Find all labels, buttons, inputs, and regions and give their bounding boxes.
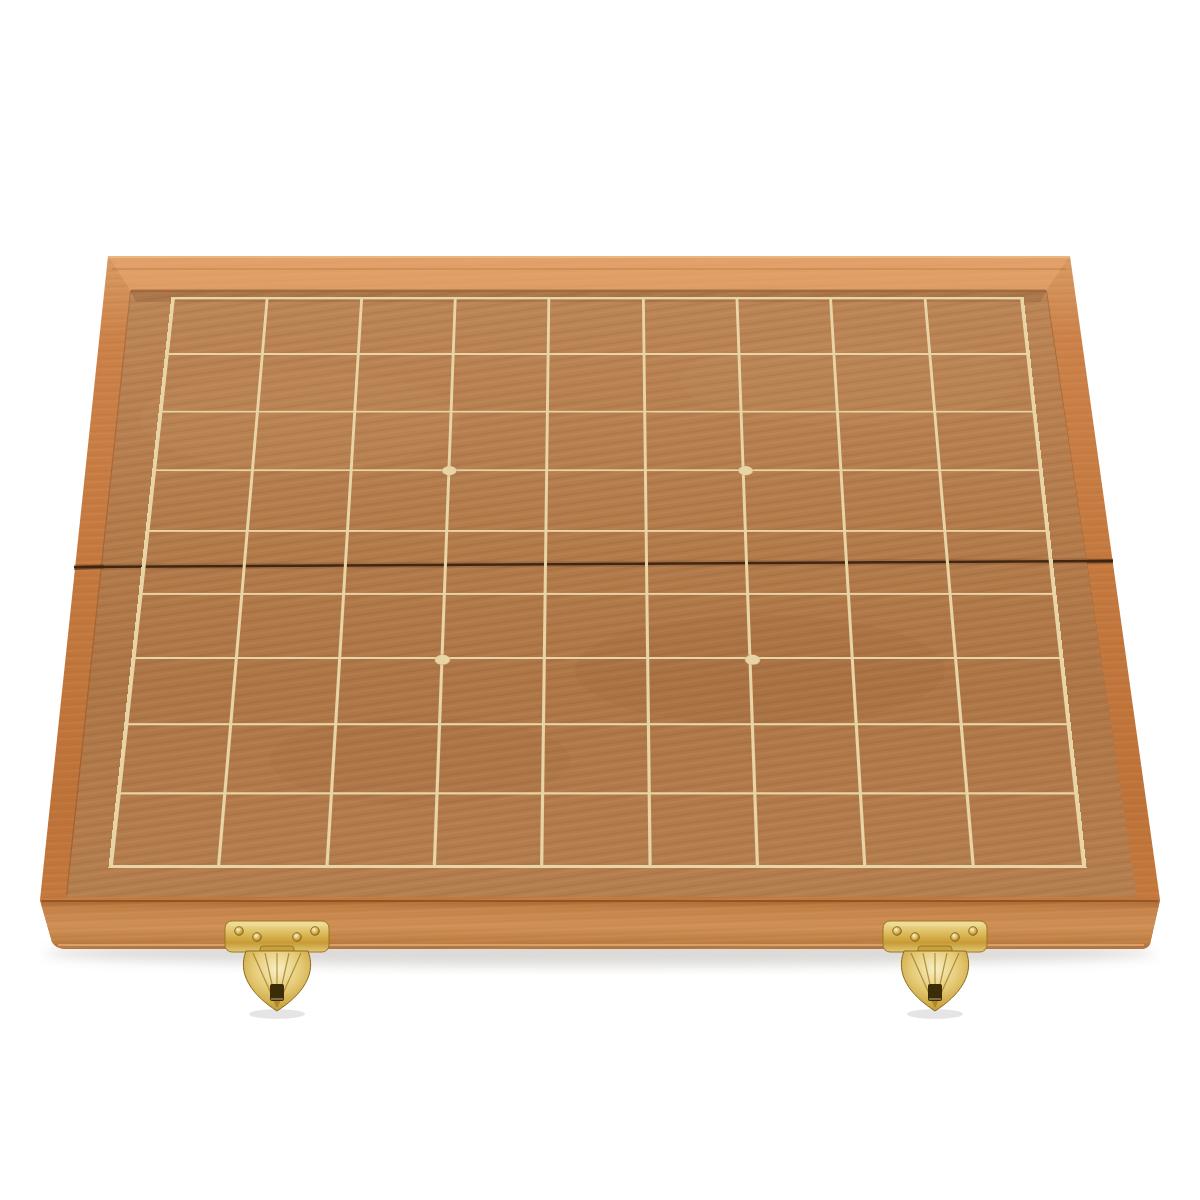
board-cell[interactable]	[142, 532, 248, 595]
hoshi-star-point	[738, 466, 753, 475]
board-cell[interactable]	[646, 471, 746, 532]
board-cell[interactable]	[946, 532, 1052, 595]
board-cell[interactable]	[645, 412, 744, 471]
board-cell[interactable]	[548, 412, 646, 471]
board-cell[interactable]	[328, 794, 438, 865]
board-cell[interactable]	[832, 299, 931, 355]
screw	[951, 933, 960, 942]
board-cell[interactable]	[220, 794, 332, 865]
board-cell[interactable]	[445, 532, 547, 595]
board-cell[interactable]	[648, 595, 751, 660]
board-cell[interactable]	[738, 299, 835, 355]
frame-front-edge	[40, 900, 1160, 949]
screw	[893, 927, 902, 936]
board-cell[interactable]	[749, 595, 854, 660]
board-cell[interactable]	[450, 412, 549, 471]
board-cell[interactable]	[930, 355, 1032, 412]
board-cell[interactable]	[348, 471, 450, 532]
board-cell[interactable]	[544, 726, 650, 795]
board-cell[interactable]	[438, 726, 545, 795]
scene	[0, 0, 1200, 1200]
board-cell[interactable]	[644, 299, 740, 355]
screw	[293, 933, 302, 942]
hoshi-star-point	[441, 466, 456, 475]
board-grid	[108, 297, 1086, 868]
hoshi-star-point	[434, 655, 450, 665]
board-cell[interactable]	[951, 595, 1059, 660]
board-cell[interactable]	[935, 412, 1038, 471]
board-cell[interactable]	[352, 412, 452, 471]
board-cell[interactable]	[753, 726, 861, 795]
screw	[969, 927, 978, 936]
board-cell[interactable]	[168, 299, 268, 355]
board-cell[interactable]	[156, 412, 259, 471]
board-cell[interactable]	[243, 532, 348, 595]
screw	[311, 927, 320, 936]
board-cell[interactable]	[162, 355, 264, 412]
board-cell[interactable]	[862, 794, 974, 865]
board-cell[interactable]	[740, 355, 839, 412]
board-cell[interactable]	[435, 794, 544, 865]
screw	[911, 933, 920, 942]
board-cell[interactable]	[238, 595, 345, 660]
board-cell[interactable]	[549, 355, 646, 412]
board-cell[interactable]	[648, 659, 753, 726]
board-cell[interactable]	[956, 659, 1066, 726]
board-cell[interactable]	[968, 794, 1082, 865]
board-cell[interactable]	[336, 659, 443, 726]
board-cell[interactable]	[128, 659, 238, 726]
board-cell[interactable]	[835, 355, 935, 412]
board-cell[interactable]	[149, 471, 254, 532]
board-cell[interactable]	[546, 595, 649, 660]
hoshi-star-point	[745, 655, 761, 665]
board-cell[interactable]	[546, 532, 647, 595]
board-cell[interactable]	[254, 412, 356, 471]
board-cell[interactable]	[344, 532, 447, 595]
frame-top-rail	[108, 256, 1070, 291]
board-cell[interactable]	[248, 471, 351, 532]
board-cell[interactable]	[332, 726, 440, 795]
board-cell[interactable]	[744, 471, 846, 532]
board-cell[interactable]	[756, 794, 866, 865]
board-cell[interactable]	[543, 794, 651, 865]
board-cell[interactable]	[120, 726, 232, 795]
board-cell[interactable]	[441, 659, 546, 726]
board-cell[interactable]	[742, 412, 842, 471]
board-cell[interactable]	[545, 659, 649, 726]
board-cell[interactable]	[746, 532, 849, 595]
board-cell[interactable]	[443, 595, 546, 660]
board-cell[interactable]	[359, 299, 456, 355]
board-cell[interactable]	[839, 412, 941, 471]
board-cell[interactable]	[226, 726, 336, 795]
board-cell[interactable]	[650, 794, 759, 865]
board-cell[interactable]	[850, 595, 957, 660]
board-cell[interactable]	[926, 299, 1026, 355]
board-cell[interactable]	[340, 595, 445, 660]
board-cell[interactable]	[940, 471, 1045, 532]
board-cell[interactable]	[649, 726, 756, 795]
board-cell[interactable]	[547, 471, 647, 532]
board-cell[interactable]	[647, 532, 749, 595]
clasp-left	[225, 921, 329, 1019]
board-cell[interactable]	[452, 355, 549, 412]
board-cell[interactable]	[751, 659, 858, 726]
board-cell[interactable]	[448, 471, 548, 532]
board-cell[interactable]	[259, 355, 359, 412]
board-cell[interactable]	[645, 355, 742, 412]
board-cell[interactable]	[846, 532, 951, 595]
board-cell[interactable]	[549, 299, 644, 355]
shogi-board-plane	[108, 297, 1086, 868]
screw	[253, 933, 262, 942]
board-cell[interactable]	[454, 299, 550, 355]
clasp-right	[883, 921, 987, 1019]
board-cell[interactable]	[264, 299, 363, 355]
board-cell[interactable]	[135, 595, 243, 660]
screw	[235, 927, 244, 936]
board-cell[interactable]	[355, 355, 454, 412]
board-cell[interactable]	[842, 471, 945, 532]
board-cell[interactable]	[112, 794, 226, 865]
board-cell[interactable]	[854, 659, 962, 726]
board-cell[interactable]	[858, 726, 968, 795]
board-cell[interactable]	[962, 726, 1074, 795]
board-cell[interactable]	[232, 659, 340, 726]
